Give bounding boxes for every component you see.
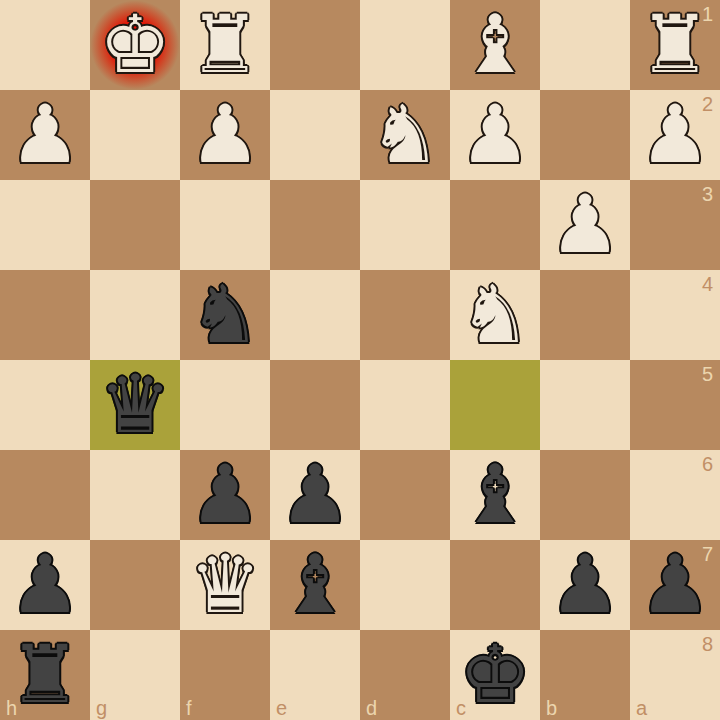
square-b6[interactable]: [540, 450, 630, 540]
square-h8[interactable]: ♜h: [0, 630, 90, 720]
square-h6[interactable]: [0, 450, 90, 540]
square-e5[interactable]: [270, 360, 360, 450]
square-g1[interactable]: ♚: [90, 0, 180, 90]
square-f3[interactable]: [180, 180, 270, 270]
square-g4[interactable]: [90, 270, 180, 360]
square-b1[interactable]: [540, 0, 630, 90]
square-d1[interactable]: [360, 0, 450, 90]
square-b7[interactable]: ♟: [540, 540, 630, 630]
white-bishop[interactable]: ♝: [450, 0, 540, 90]
square-g3[interactable]: [90, 180, 180, 270]
white-pawn[interactable]: ♟: [450, 90, 540, 180]
square-c6[interactable]: ♝: [450, 450, 540, 540]
square-b3[interactable]: ♟: [540, 180, 630, 270]
black-pawn[interactable]: ♟: [630, 540, 720, 630]
rank-label-3: 3: [702, 183, 713, 206]
square-b2[interactable]: [540, 90, 630, 180]
file-label-e: e: [276, 697, 287, 719]
white-pawn[interactable]: ♟: [180, 90, 270, 180]
rank-label-8: 8: [702, 633, 713, 656]
white-knight[interactable]: ♞: [360, 90, 450, 180]
file-label-d: d: [366, 697, 377, 719]
square-h2[interactable]: ♟: [0, 90, 90, 180]
square-f8[interactable]: f: [180, 630, 270, 720]
square-e3[interactable]: [270, 180, 360, 270]
square-f6[interactable]: ♟: [180, 450, 270, 540]
rank-label-6: 6: [702, 453, 713, 476]
black-king[interactable]: ♚: [450, 630, 540, 720]
white-pawn[interactable]: ♟: [540, 180, 630, 270]
square-f2[interactable]: ♟: [180, 90, 270, 180]
square-h7[interactable]: ♟: [0, 540, 90, 630]
file-label-a: a: [636, 697, 647, 719]
white-rook[interactable]: ♜: [180, 0, 270, 90]
file-label-f: f: [186, 697, 192, 719]
square-e4[interactable]: [270, 270, 360, 360]
square-a3[interactable]: 3: [630, 180, 720, 270]
white-pawn[interactable]: ♟: [0, 90, 90, 180]
black-pawn[interactable]: ♟: [0, 540, 90, 630]
square-e6[interactable]: ♟: [270, 450, 360, 540]
file-label-b: b: [546, 697, 557, 719]
square-d2[interactable]: ♞: [360, 90, 450, 180]
square-h1[interactable]: [0, 0, 90, 90]
square-b4[interactable]: [540, 270, 630, 360]
square-a4[interactable]: 4: [630, 270, 720, 360]
square-f5[interactable]: [180, 360, 270, 450]
square-g2[interactable]: [90, 90, 180, 180]
square-g6[interactable]: [90, 450, 180, 540]
white-knight[interactable]: ♞: [450, 270, 540, 360]
square-c5[interactable]: [450, 360, 540, 450]
file-label-g: g: [96, 697, 107, 719]
square-d7[interactable]: [360, 540, 450, 630]
square-f1[interactable]: ♜: [180, 0, 270, 90]
white-rook[interactable]: ♜: [630, 0, 720, 90]
square-a6[interactable]: 6: [630, 450, 720, 540]
black-bishop[interactable]: ♝: [270, 540, 360, 630]
square-a8[interactable]: 8a: [630, 630, 720, 720]
square-a1[interactable]: ♜1: [630, 0, 720, 90]
square-d3[interactable]: [360, 180, 450, 270]
square-h4[interactable]: [0, 270, 90, 360]
rank-label-5: 5: [702, 363, 713, 386]
chess-board: ♚♜♝♜1♟♟♞♟♟2♟3♞♞4♛5♟♟♝6♟♛♝♟♟7♜hgfed♚cb8a: [0, 0, 720, 720]
white-king[interactable]: ♚: [90, 0, 180, 90]
black-pawn[interactable]: ♟: [180, 450, 270, 540]
square-e8[interactable]: e: [270, 630, 360, 720]
black-pawn[interactable]: ♟: [540, 540, 630, 630]
rank-label-4: 4: [702, 273, 713, 296]
square-f7[interactable]: ♛: [180, 540, 270, 630]
square-b8[interactable]: b: [540, 630, 630, 720]
square-c3[interactable]: [450, 180, 540, 270]
square-e2[interactable]: [270, 90, 360, 180]
square-a5[interactable]: 5: [630, 360, 720, 450]
white-queen[interactable]: ♛: [180, 540, 270, 630]
square-b5[interactable]: [540, 360, 630, 450]
square-h5[interactable]: [0, 360, 90, 450]
square-d5[interactable]: [360, 360, 450, 450]
square-d4[interactable]: [360, 270, 450, 360]
square-h3[interactable]: [0, 180, 90, 270]
square-g5[interactable]: ♛: [90, 360, 180, 450]
square-c7[interactable]: [450, 540, 540, 630]
square-c1[interactable]: ♝: [450, 0, 540, 90]
square-e7[interactable]: ♝: [270, 540, 360, 630]
square-g8[interactable]: g: [90, 630, 180, 720]
black-knight[interactable]: ♞: [180, 270, 270, 360]
square-f4[interactable]: ♞: [180, 270, 270, 360]
square-e1[interactable]: [270, 0, 360, 90]
black-rook[interactable]: ♜: [0, 630, 90, 720]
square-c8[interactable]: ♚c: [450, 630, 540, 720]
black-bishop[interactable]: ♝: [450, 450, 540, 540]
square-c4[interactable]: ♞: [450, 270, 540, 360]
black-pawn[interactable]: ♟: [270, 450, 360, 540]
square-d8[interactable]: d: [360, 630, 450, 720]
square-a2[interactable]: ♟2: [630, 90, 720, 180]
square-c2[interactable]: ♟: [450, 90, 540, 180]
black-queen[interactable]: ♛: [90, 360, 180, 450]
square-d6[interactable]: [360, 450, 450, 540]
square-a7[interactable]: ♟7: [630, 540, 720, 630]
white-pawn[interactable]: ♟: [630, 90, 720, 180]
square-g7[interactable]: [90, 540, 180, 630]
